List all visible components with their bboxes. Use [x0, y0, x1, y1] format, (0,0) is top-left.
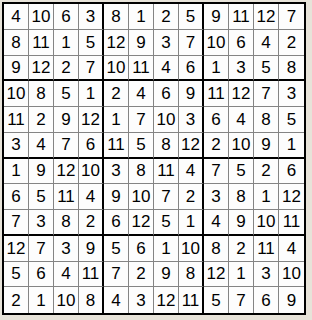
- cell-r4c3[interactable]: 5: [54, 81, 79, 107]
- cell-r7c1[interactable]: 1: [4, 159, 29, 185]
- cell-r8c9[interactable]: 3: [204, 184, 229, 210]
- cell-r8c4[interactable]: 4: [79, 184, 104, 210]
- cell-r2c5[interactable]: 12: [104, 30, 129, 56]
- cell-r10c10[interactable]: 2: [229, 236, 254, 262]
- cell-r4c4[interactable]: 1: [79, 81, 104, 107]
- cell-r9c1[interactable]: 7: [4, 210, 29, 236]
- cell-r7c12[interactable]: 6: [279, 159, 304, 185]
- cell-r3c4[interactable]: 7: [79, 56, 104, 82]
- cell-r10c12[interactable]: 4: [279, 236, 304, 262]
- cell-r6c5[interactable]: 11: [104, 133, 129, 159]
- cell-r9c2[interactable]: 3: [29, 210, 54, 236]
- cell-r5c7[interactable]: 10: [154, 107, 179, 133]
- cell-r6c8[interactable]: 12: [179, 133, 204, 159]
- cell-r8c10[interactable]: 8: [229, 184, 254, 210]
- cell-r11c10[interactable]: 1: [229, 262, 254, 288]
- cell-r6c10[interactable]: 10: [229, 133, 254, 159]
- cell-r4c6[interactable]: 4: [129, 81, 154, 107]
- cell-r1c10[interactable]: 11: [229, 4, 254, 30]
- cell-r5c11[interactable]: 8: [254, 107, 279, 133]
- cell-r10c4[interactable]: 9: [79, 236, 104, 262]
- cell-r10c11[interactable]: 11: [254, 236, 279, 262]
- cell-r5c3[interactable]: 9: [54, 107, 79, 133]
- cell-r3c12[interactable]: 8: [279, 56, 304, 82]
- cell-r4c8[interactable]: 9: [179, 81, 204, 107]
- cell-r9c12[interactable]: 11: [279, 210, 304, 236]
- cell-r3c8[interactable]: 6: [179, 56, 204, 82]
- cell-r3c6[interactable]: 11: [129, 56, 154, 82]
- cell-r2c11[interactable]: 4: [254, 30, 279, 56]
- cell-r5c9[interactable]: 6: [204, 107, 229, 133]
- cell-r3c10[interactable]: 3: [229, 56, 254, 82]
- cell-r12c4[interactable]: 8: [79, 287, 104, 313]
- cell-r5c1[interactable]: 11: [4, 107, 29, 133]
- cell-r1c1[interactable]: 4: [4, 4, 29, 30]
- cell-r12c2[interactable]: 1: [29, 287, 54, 313]
- cell-r12c11[interactable]: 6: [254, 287, 279, 313]
- cell-r7c7[interactable]: 11: [154, 159, 179, 185]
- cell-r1c11[interactable]: 12: [254, 4, 279, 30]
- cell-r2c12[interactable]: 2: [279, 30, 304, 56]
- cell-r3c1[interactable]: 9: [4, 56, 29, 82]
- cell-r9c3[interactable]: 8: [54, 210, 79, 236]
- cell-r6c2[interactable]: 4: [29, 133, 54, 159]
- cell-r10c9[interactable]: 8: [204, 236, 229, 262]
- cell-r9c9[interactable]: 4: [204, 210, 229, 236]
- cell-r10c8[interactable]: 10: [179, 236, 204, 262]
- cell-r9c7[interactable]: 5: [154, 210, 179, 236]
- cell-r7c5[interactable]: 3: [104, 159, 129, 185]
- cell-r3c11[interactable]: 5: [254, 56, 279, 82]
- cell-r7c2[interactable]: 9: [29, 159, 54, 185]
- cell-r1c4[interactable]: 3: [79, 4, 104, 30]
- cell-r2c6[interactable]: 9: [129, 30, 154, 56]
- cell-r8c8[interactable]: 2: [179, 184, 204, 210]
- cell-r1c12[interactable]: 7: [279, 4, 304, 30]
- cell-r10c5[interactable]: 5: [104, 236, 129, 262]
- cell-r12c10[interactable]: 7: [229, 287, 254, 313]
- cell-r10c2[interactable]: 7: [29, 236, 54, 262]
- cell-r4c2[interactable]: 8: [29, 81, 54, 107]
- cell-r1c3[interactable]: 6: [54, 4, 79, 30]
- cell-r2c1[interactable]: 8: [4, 30, 29, 56]
- cell-r6c7[interactable]: 8: [154, 133, 179, 159]
- cell-r11c2[interactable]: 6: [29, 262, 54, 288]
- cell-r10c1[interactable]: 12: [4, 236, 29, 262]
- cell-r11c5[interactable]: 7: [104, 262, 129, 288]
- cell-r2c3[interactable]: 1: [54, 30, 79, 56]
- cell-r8c5[interactable]: 9: [104, 184, 129, 210]
- cell-r6c11[interactable]: 9: [254, 133, 279, 159]
- cell-r7c4[interactable]: 10: [79, 159, 104, 185]
- cell-r11c8[interactable]: 8: [179, 262, 204, 288]
- cell-r9c10[interactable]: 9: [229, 210, 254, 236]
- cell-r7c10[interactable]: 5: [229, 159, 254, 185]
- cell-r12c6[interactable]: 3: [129, 287, 154, 313]
- cell-r4c1[interactable]: 10: [4, 81, 29, 107]
- cell-r11c6[interactable]: 2: [129, 262, 154, 288]
- cell-r6c4[interactable]: 6: [79, 133, 104, 159]
- cell-r3c9[interactable]: 1: [204, 56, 229, 82]
- cell-r4c5[interactable]: 2: [104, 81, 129, 107]
- cell-r8c1[interactable]: 6: [4, 184, 29, 210]
- cell-r8c2[interactable]: 5: [29, 184, 54, 210]
- cell-r7c11[interactable]: 2: [254, 159, 279, 185]
- cell-r5c5[interactable]: 1: [104, 107, 129, 133]
- cell-r11c7[interactable]: 9: [154, 262, 179, 288]
- cell-r10c7[interactable]: 1: [154, 236, 179, 262]
- cell-r12c12[interactable]: 9: [279, 287, 304, 313]
- cell-r6c12[interactable]: 1: [279, 133, 304, 159]
- cell-r5c8[interactable]: 3: [179, 107, 204, 133]
- cell-r12c3[interactable]: 10: [54, 287, 79, 313]
- cell-r2c7[interactable]: 3: [154, 30, 179, 56]
- cell-r9c11[interactable]: 10: [254, 210, 279, 236]
- cell-r2c2[interactable]: 11: [29, 30, 54, 56]
- cell-r8c11[interactable]: 1: [254, 184, 279, 210]
- cell-r9c4[interactable]: 2: [79, 210, 104, 236]
- cell-r3c7[interactable]: 4: [154, 56, 179, 82]
- cell-r11c9[interactable]: 12: [204, 262, 229, 288]
- cell-r6c3[interactable]: 7: [54, 133, 79, 159]
- cell-r1c5[interactable]: 8: [104, 4, 129, 30]
- cell-r8c3[interactable]: 11: [54, 184, 79, 210]
- cell-r12c7[interactable]: 12: [154, 287, 179, 313]
- cell-r5c2[interactable]: 2: [29, 107, 54, 133]
- cell-r10c3[interactable]: 3: [54, 236, 79, 262]
- cell-r5c4[interactable]: 12: [79, 107, 104, 133]
- cell-r6c9[interactable]: 2: [204, 133, 229, 159]
- cell-r8c12[interactable]: 12: [279, 184, 304, 210]
- cell-r3c2[interactable]: 12: [29, 56, 54, 82]
- cell-r12c1[interactable]: 2: [4, 287, 29, 313]
- cell-r9c5[interactable]: 6: [104, 210, 129, 236]
- cell-r1c9[interactable]: 9: [204, 4, 229, 30]
- cell-r11c12[interactable]: 10: [279, 262, 304, 288]
- cell-r12c9[interactable]: 5: [204, 287, 229, 313]
- cell-r7c9[interactable]: 7: [204, 159, 229, 185]
- cell-r8c6[interactable]: 10: [129, 184, 154, 210]
- cell-r2c10[interactable]: 6: [229, 30, 254, 56]
- cell-r9c8[interactable]: 1: [179, 210, 204, 236]
- cell-r11c3[interactable]: 4: [54, 262, 79, 288]
- cell-r2c9[interactable]: 10: [204, 30, 229, 56]
- cell-r1c7[interactable]: 2: [154, 4, 179, 30]
- cell-r2c4[interactable]: 5: [79, 30, 104, 56]
- cell-r12c8[interactable]: 11: [179, 287, 204, 313]
- cell-r5c6[interactable]: 7: [129, 107, 154, 133]
- cell-r7c8[interactable]: 4: [179, 159, 204, 185]
- cell-r3c3[interactable]: 2: [54, 56, 79, 82]
- cell-r11c4[interactable]: 11: [79, 262, 104, 288]
- cell-r6c6[interactable]: 5: [129, 133, 154, 159]
- cell-r9c6[interactable]: 12: [129, 210, 154, 236]
- sudoku-board: 4106381259111278111512937106429122710114…: [2, 2, 306, 315]
- cell-r4c11[interactable]: 7: [254, 81, 279, 107]
- cell-r4c7[interactable]: 6: [154, 81, 179, 107]
- cell-r1c2[interactable]: 10: [29, 4, 54, 30]
- cell-r11c1[interactable]: 5: [4, 262, 29, 288]
- cell-r10c6[interactable]: 6: [129, 236, 154, 262]
- cell-r12c5[interactable]: 4: [104, 287, 129, 313]
- cell-r8c7[interactable]: 7: [154, 184, 179, 210]
- cell-r4c9[interactable]: 11: [204, 81, 229, 107]
- cell-r11c11[interactable]: 3: [254, 262, 279, 288]
- cell-r2c8[interactable]: 7: [179, 30, 204, 56]
- cell-r1c8[interactable]: 5: [179, 4, 204, 30]
- cell-r1c6[interactable]: 1: [129, 4, 154, 30]
- cell-r3c5[interactable]: 10: [104, 56, 129, 82]
- cell-r5c10[interactable]: 4: [229, 107, 254, 133]
- cell-r5c12[interactable]: 5: [279, 107, 304, 133]
- cell-r6c1[interactable]: 3: [4, 133, 29, 159]
- cell-r4c10[interactable]: 12: [229, 81, 254, 107]
- cell-r4c12[interactable]: 3: [279, 81, 304, 107]
- cell-r7c6[interactable]: 8: [129, 159, 154, 185]
- cell-r7c3[interactable]: 12: [54, 159, 79, 185]
